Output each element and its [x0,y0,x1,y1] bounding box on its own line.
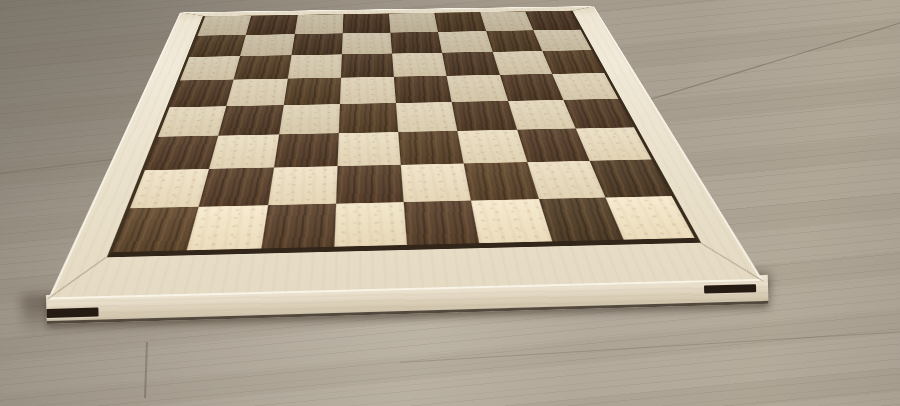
square-c1 [261,204,336,249]
square-b4 [219,105,284,136]
square-c8 [294,14,343,34]
square-e5 [394,76,452,103]
square-a6 [180,56,240,80]
square-b8 [246,15,297,35]
square-h4 [563,99,634,129]
square-b3 [209,134,278,169]
square-d2 [336,165,404,204]
square-e8 [389,13,438,33]
square-d1 [334,202,407,247]
square-d5 [340,77,396,104]
square-f3 [458,129,527,163]
square-c4 [279,104,340,134]
square-h7 [533,30,592,51]
square-a8 [198,16,252,36]
board-grid [107,11,701,258]
square-e1 [404,200,480,244]
square-a2 [130,169,209,209]
frame-miter-joint-bottom-right [700,243,763,281]
square-f4 [452,101,517,131]
floor-plank-seam [400,330,900,363]
square-c3 [273,133,338,167]
square-h5 [552,73,618,100]
chess-board [48,6,763,299]
square-g8 [480,12,533,32]
square-b1 [187,205,268,250]
square-h6 [542,50,604,74]
frame-miter-joint-bottom-left [47,257,107,299]
square-d3 [337,132,400,166]
square-c2 [268,166,338,205]
square-h3 [575,127,651,161]
square-d6 [341,54,394,78]
square-f7 [438,31,492,53]
square-f6 [442,52,499,76]
square-c7 [291,33,342,55]
square-e4 [396,102,458,132]
walnut-inlay-stripe-right [704,284,756,293]
scene-photo [0,0,900,406]
square-f5 [447,75,508,102]
square-e3 [398,131,464,165]
square-d8 [342,14,390,34]
floor-plank-seam [640,22,900,103]
square-c5 [283,78,340,105]
square-c6 [287,54,341,78]
frame-miter-joint-top-right [572,6,594,11]
square-a4 [158,106,227,137]
square-b6 [234,55,291,79]
square-a7 [189,35,246,57]
square-a1 [113,207,199,252]
walnut-inlay-stripe-left [46,308,98,318]
square-f8 [434,12,485,32]
square-e6 [392,53,447,77]
square-b2 [199,167,274,206]
floor-plank-joint [144,342,148,398]
square-e2 [401,163,471,202]
square-a5 [170,80,234,107]
square-h8 [525,11,580,30]
square-d4 [339,103,399,133]
square-a3 [145,135,219,170]
square-e7 [390,32,442,54]
square-d7 [342,33,392,55]
frame-miter-joint-top-left [180,12,203,16]
square-f2 [464,162,538,201]
square-b7 [240,34,294,56]
square-b5 [227,79,288,106]
